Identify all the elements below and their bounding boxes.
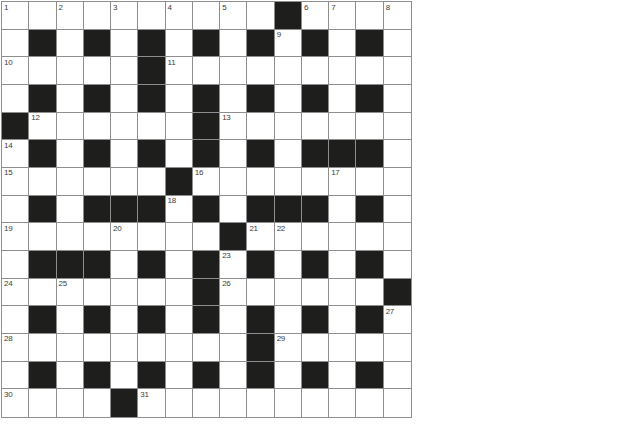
- cell-r13c6[interactable]: [138, 334, 165, 362]
- cell-r8c5: [111, 196, 138, 224]
- cell-r14c9[interactable]: [220, 362, 247, 390]
- cell-r2c5[interactable]: [111, 30, 138, 58]
- cell-r15c3[interactable]: [57, 389, 84, 417]
- cell-r9c4[interactable]: [84, 223, 111, 251]
- cell-r1c8[interactable]: [193, 2, 220, 30]
- cell-r9c11[interactable]: 22: [275, 223, 302, 251]
- cell-r7c11[interactable]: [275, 168, 302, 196]
- cell-r11c15: [384, 279, 411, 307]
- cell-r13c7[interactable]: [166, 334, 193, 362]
- cell-r7c4[interactable]: [84, 168, 111, 196]
- cell-r14c7[interactable]: [166, 362, 193, 390]
- cell-r1c3[interactable]: 2: [57, 2, 84, 30]
- cell-r5c14[interactable]: [356, 113, 383, 141]
- clue-number-12: 12: [31, 113, 39, 122]
- cell-r7c10[interactable]: [247, 168, 274, 196]
- clue-number-7: 7: [331, 3, 335, 12]
- cell-r4c6: [138, 85, 165, 113]
- clue-number-9: 9: [277, 30, 281, 39]
- cell-r15c4[interactable]: [84, 389, 111, 417]
- cell-r4c10: [247, 85, 274, 113]
- cell-r2c7[interactable]: [166, 30, 193, 58]
- cell-r3c14[interactable]: [356, 57, 383, 85]
- cell-r12c13[interactable]: [329, 306, 356, 334]
- cell-r6c10: [247, 140, 274, 168]
- cell-r5c8: [193, 113, 220, 141]
- cell-r9c14[interactable]: [356, 223, 383, 251]
- cell-r12c8: [193, 306, 220, 334]
- cell-r9c12[interactable]: [302, 223, 329, 251]
- cell-r15c15[interactable]: [384, 389, 411, 417]
- cell-r3c13[interactable]: [329, 57, 356, 85]
- cell-r8c12: [302, 196, 329, 224]
- cell-r8c6: [138, 196, 165, 224]
- clue-number-20: 20: [113, 224, 121, 233]
- cell-r7c6[interactable]: [138, 168, 165, 196]
- cell-r14c4: [84, 362, 111, 390]
- cell-r10c5[interactable]: [111, 251, 138, 279]
- cell-r1c1[interactable]: 1: [2, 2, 29, 30]
- cell-r13c8[interactable]: [193, 334, 220, 362]
- cell-r6c6: [138, 140, 165, 168]
- cell-r15c6[interactable]: 31: [138, 389, 165, 417]
- cell-r4c4: [84, 85, 111, 113]
- cell-r3c2[interactable]: [29, 57, 56, 85]
- cell-r8c8: [193, 196, 220, 224]
- clue-number-13: 13: [222, 113, 230, 122]
- cell-r15c7[interactable]: [166, 389, 193, 417]
- clue-number-10: 10: [4, 58, 12, 67]
- cell-r11c12[interactable]: [302, 279, 329, 307]
- cell-r4c12: [302, 85, 329, 113]
- cell-r9c5[interactable]: 20: [111, 223, 138, 251]
- cell-r13c13[interactable]: [329, 334, 356, 362]
- cell-r14c12: [302, 362, 329, 390]
- clue-number-11: 11: [168, 58, 176, 67]
- cell-r1c10[interactable]: [247, 2, 274, 30]
- cell-r5c11[interactable]: [275, 113, 302, 141]
- cell-r6c11[interactable]: [275, 140, 302, 168]
- clue-number-30: 30: [4, 390, 12, 399]
- cell-r8c11: [275, 196, 302, 224]
- cell-r8c15[interactable]: [384, 196, 411, 224]
- cell-r12c9[interactable]: [220, 306, 247, 334]
- clue-number-26: 26: [222, 279, 230, 288]
- cell-r12c10: [247, 306, 274, 334]
- cell-r6c14: [356, 140, 383, 168]
- cell-r10c13[interactable]: [329, 251, 356, 279]
- cell-r5c7[interactable]: [166, 113, 193, 141]
- cell-r9c2[interactable]: [29, 223, 56, 251]
- cell-r7c8[interactable]: 16: [193, 168, 220, 196]
- cell-r3c3[interactable]: [57, 57, 84, 85]
- cell-r3c12[interactable]: [302, 57, 329, 85]
- cell-r5c6[interactable]: [138, 113, 165, 141]
- clue-number-19: 19: [4, 224, 12, 233]
- cell-r11c4[interactable]: [84, 279, 111, 307]
- cell-r11c14[interactable]: [356, 279, 383, 307]
- cell-r14c13[interactable]: [329, 362, 356, 390]
- cell-r8c2: [29, 196, 56, 224]
- cell-r8c7[interactable]: 18: [166, 196, 193, 224]
- cell-r10c7[interactable]: [166, 251, 193, 279]
- cell-r6c9[interactable]: [220, 140, 247, 168]
- cell-r10c4: [84, 251, 111, 279]
- cell-r5c2[interactable]: 12: [29, 113, 56, 141]
- cell-r11c10[interactable]: [247, 279, 274, 307]
- cell-r10c11[interactable]: [275, 251, 302, 279]
- cell-r11c2[interactable]: [29, 279, 56, 307]
- cell-r14c1[interactable]: [2, 362, 29, 390]
- cell-r13c14[interactable]: [356, 334, 383, 362]
- cell-r14c8: [193, 362, 220, 390]
- cell-r4c14: [356, 85, 383, 113]
- cell-r14c3[interactable]: [57, 362, 84, 390]
- cell-r14c2: [29, 362, 56, 390]
- cell-r6c2: [29, 140, 56, 168]
- cell-r5c10[interactable]: [247, 113, 274, 141]
- cell-r1c11: [275, 2, 302, 30]
- cell-r1c9[interactable]: 5: [220, 2, 247, 30]
- cell-r11c7[interactable]: [166, 279, 193, 307]
- cell-r7c9[interactable]: [220, 168, 247, 196]
- cell-r13c3[interactable]: [57, 334, 84, 362]
- cell-r11c13[interactable]: [329, 279, 356, 307]
- cell-r8c1[interactable]: [2, 196, 29, 224]
- cell-r10c10: [247, 251, 274, 279]
- cell-r15c2[interactable]: [29, 389, 56, 417]
- cell-r10c15[interactable]: [384, 251, 411, 279]
- cell-r3c7[interactable]: 11: [166, 57, 193, 85]
- cell-r14c10: [247, 362, 274, 390]
- cell-r7c3[interactable]: [57, 168, 84, 196]
- cell-r12c15[interactable]: 27: [384, 306, 411, 334]
- cell-r11c6[interactable]: [138, 279, 165, 307]
- cell-r1c13[interactable]: 7: [329, 2, 356, 30]
- cell-r6c1[interactable]: 14: [2, 140, 29, 168]
- cell-r11c5[interactable]: [111, 279, 138, 307]
- cell-r7c12[interactable]: [302, 168, 329, 196]
- cell-r10c9[interactable]: 23: [220, 251, 247, 279]
- cell-r12c1[interactable]: [2, 306, 29, 334]
- cell-r10c2: [29, 251, 56, 279]
- cell-r13c9[interactable]: [220, 334, 247, 362]
- cell-r12c12: [302, 306, 329, 334]
- cell-r11c8: [193, 279, 220, 307]
- cell-r14c15[interactable]: [384, 362, 411, 390]
- crossword-grid: 1234567891011121314151617181920212223242…: [1, 1, 412, 418]
- cell-r15c13[interactable]: [329, 389, 356, 417]
- clue-number-16: 16: [195, 168, 203, 177]
- cell-r6c3[interactable]: [57, 140, 84, 168]
- cell-r2c11[interactable]: 9: [275, 30, 302, 58]
- cell-r11c1[interactable]: 24: [2, 279, 29, 307]
- cell-r9c3[interactable]: [57, 223, 84, 251]
- clue-number-2: 2: [59, 3, 63, 12]
- cell-r9c8[interactable]: [193, 223, 220, 251]
- cell-r12c5[interactable]: [111, 306, 138, 334]
- cell-r15c12[interactable]: [302, 389, 329, 417]
- cell-r2c13[interactable]: [329, 30, 356, 58]
- clue-number-28: 28: [4, 334, 12, 343]
- cell-r3c11[interactable]: [275, 57, 302, 85]
- cell-r8c4: [84, 196, 111, 224]
- cell-r5c15[interactable]: [384, 113, 411, 141]
- cell-r2c1[interactable]: [2, 30, 29, 58]
- clue-number-3: 3: [113, 3, 117, 12]
- cell-r5c9[interactable]: 13: [220, 113, 247, 141]
- cell-r15c11[interactable]: [275, 389, 302, 417]
- cell-r4c2: [29, 85, 56, 113]
- cell-r13c10: [247, 334, 274, 362]
- cell-r4c13[interactable]: [329, 85, 356, 113]
- cell-r15c1[interactable]: 30: [2, 389, 29, 417]
- cell-r13c2[interactable]: [29, 334, 56, 362]
- clue-number-15: 15: [4, 168, 12, 177]
- cell-r4c8: [193, 85, 220, 113]
- cell-r1c12[interactable]: 6: [302, 2, 329, 30]
- cell-r6c7[interactable]: [166, 140, 193, 168]
- clue-number-4: 4: [168, 3, 172, 12]
- cell-r1c7[interactable]: 4: [166, 2, 193, 30]
- cell-r8c10: [247, 196, 274, 224]
- cell-r6c8: [193, 140, 220, 168]
- cell-r4c7[interactable]: [166, 85, 193, 113]
- cell-r4c3[interactable]: [57, 85, 84, 113]
- cell-r10c1[interactable]: [2, 251, 29, 279]
- cell-r11c9[interactable]: 26: [220, 279, 247, 307]
- cell-r12c7[interactable]: [166, 306, 193, 334]
- cell-r13c1[interactable]: 28: [2, 334, 29, 362]
- cell-r15c9[interactable]: [220, 389, 247, 417]
- cell-r12c2: [29, 306, 56, 334]
- cell-r5c4[interactable]: [84, 113, 111, 141]
- clue-number-24: 24: [4, 279, 12, 288]
- cell-r8c3[interactable]: [57, 196, 84, 224]
- cell-r2c6: [138, 30, 165, 58]
- cell-r7c5[interactable]: [111, 168, 138, 196]
- cell-r7c15[interactable]: [384, 168, 411, 196]
- cell-r1c5[interactable]: 3: [111, 2, 138, 30]
- clue-number-5: 5: [222, 3, 226, 12]
- cell-r1c4[interactable]: [84, 2, 111, 30]
- cell-r12c6: [138, 306, 165, 334]
- cell-r10c6: [138, 251, 165, 279]
- cell-r13c4[interactable]: [84, 334, 111, 362]
- cell-r11c3[interactable]: 25: [57, 279, 84, 307]
- cell-r13c15[interactable]: [384, 334, 411, 362]
- cell-r12c14: [356, 306, 383, 334]
- crossword-page: 1234567891011121314151617181920212223242…: [0, 0, 640, 425]
- cell-r5c12[interactable]: [302, 113, 329, 141]
- clue-number-25: 25: [59, 279, 67, 288]
- cell-r10c8: [193, 251, 220, 279]
- cell-r9c1[interactable]: 19: [2, 223, 29, 251]
- cell-r3c6: [138, 57, 165, 85]
- cell-r14c11[interactable]: [275, 362, 302, 390]
- cell-r9c10[interactable]: 21: [247, 223, 274, 251]
- cell-r6c15[interactable]: [384, 140, 411, 168]
- cell-r14c5[interactable]: [111, 362, 138, 390]
- clue-number-29: 29: [277, 334, 285, 343]
- cell-r10c12: [302, 251, 329, 279]
- cell-r10c3: [57, 251, 84, 279]
- cell-r14c6: [138, 362, 165, 390]
- cell-r4c15[interactable]: [384, 85, 411, 113]
- clue-number-8: 8: [386, 3, 390, 12]
- cell-r2c4: [84, 30, 111, 58]
- cell-r15c8[interactable]: [193, 389, 220, 417]
- clue-number-17: 17: [331, 168, 339, 177]
- cell-r5c5[interactable]: [111, 113, 138, 141]
- cell-r7c7: [166, 168, 193, 196]
- cell-r12c3[interactable]: [57, 306, 84, 334]
- cell-r7c1[interactable]: 15: [2, 168, 29, 196]
- clue-number-1: 1: [4, 3, 8, 12]
- cell-r1c14[interactable]: [356, 2, 383, 30]
- cell-r6c12: [302, 140, 329, 168]
- cell-r3c4[interactable]: [84, 57, 111, 85]
- cell-r6c5[interactable]: [111, 140, 138, 168]
- cell-r9c7[interactable]: [166, 223, 193, 251]
- cell-r4c5[interactable]: [111, 85, 138, 113]
- cell-r3c9[interactable]: [220, 57, 247, 85]
- cell-r6c13: [329, 140, 356, 168]
- cell-r4c11[interactable]: [275, 85, 302, 113]
- cell-r15c10[interactable]: [247, 389, 274, 417]
- clue-number-27: 27: [386, 307, 394, 316]
- cell-r1c15[interactable]: 8: [384, 2, 411, 30]
- cell-r15c14[interactable]: [356, 389, 383, 417]
- cell-r4c9[interactable]: [220, 85, 247, 113]
- cell-r8c13[interactable]: [329, 196, 356, 224]
- cell-r2c14: [356, 30, 383, 58]
- clue-number-6: 6: [304, 3, 308, 12]
- cell-r2c3[interactable]: [57, 30, 84, 58]
- cell-r7c2[interactable]: [29, 168, 56, 196]
- cell-r2c15[interactable]: [384, 30, 411, 58]
- cell-r5c3[interactable]: [57, 113, 84, 141]
- cell-r9c9: [220, 223, 247, 251]
- cell-r1c6[interactable]: [138, 2, 165, 30]
- cell-r2c8: [193, 30, 220, 58]
- clue-number-23: 23: [222, 251, 230, 260]
- clue-number-22: 22: [277, 224, 285, 233]
- cell-r5c1: [2, 113, 29, 141]
- cell-r2c9[interactable]: [220, 30, 247, 58]
- cell-r14c14: [356, 362, 383, 390]
- cell-r9c13[interactable]: [329, 223, 356, 251]
- cell-r3c1[interactable]: 10: [2, 57, 29, 85]
- cell-r2c2: [29, 30, 56, 58]
- cell-r10c14: [356, 251, 383, 279]
- cell-r9c6[interactable]: [138, 223, 165, 251]
- cell-r11c11[interactable]: [275, 279, 302, 307]
- cell-r3c10[interactable]: [247, 57, 274, 85]
- clue-number-21: 21: [249, 224, 257, 233]
- cell-r4c1[interactable]: [2, 85, 29, 113]
- cell-r5c13[interactable]: [329, 113, 356, 141]
- cell-r3c8[interactable]: [193, 57, 220, 85]
- cell-r9c15[interactable]: [384, 223, 411, 251]
- cell-r8c14: [356, 196, 383, 224]
- cell-r7c14[interactable]: [356, 168, 383, 196]
- cell-r3c15[interactable]: [384, 57, 411, 85]
- cell-r6c4: [84, 140, 111, 168]
- cell-r15c5: [111, 389, 138, 417]
- cell-r13c12[interactable]: [302, 334, 329, 362]
- clue-number-31: 31: [140, 390, 148, 399]
- cell-r8c9[interactable]: [220, 196, 247, 224]
- cell-r7c13[interactable]: 17: [329, 168, 356, 196]
- cell-r1c2[interactable]: [29, 2, 56, 30]
- cell-r12c4: [84, 306, 111, 334]
- cell-r13c11[interactable]: 29: [275, 334, 302, 362]
- clue-number-18: 18: [168, 196, 176, 205]
- cell-r3c5[interactable]: [111, 57, 138, 85]
- cell-r2c10: [247, 30, 274, 58]
- cell-r2c12: [302, 30, 329, 58]
- clue-number-14: 14: [4, 141, 12, 150]
- cell-r13c5[interactable]: [111, 334, 138, 362]
- cell-r12c11[interactable]: [275, 306, 302, 334]
